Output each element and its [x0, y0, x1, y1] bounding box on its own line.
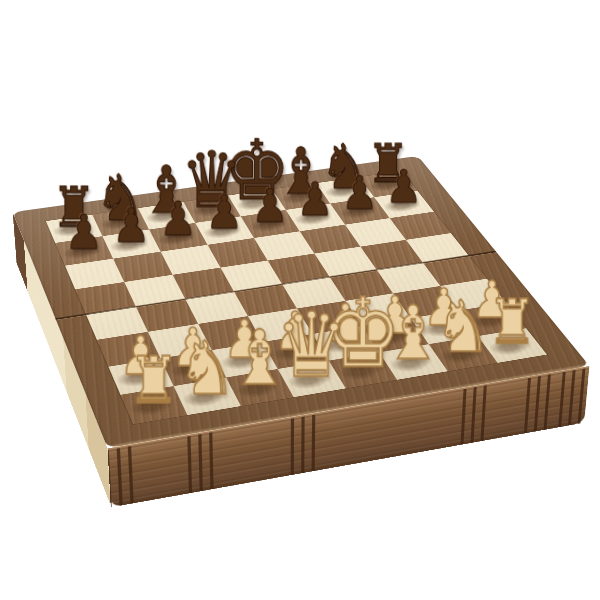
chess-board: ♜♞♝♛♚♝♞♜♟♟♟♟♟♟♟♟♟♟♟♟♟♟♟♟♜♞♝♛♚♝♞♜	[13, 156, 590, 448]
groove-band	[187, 432, 213, 493]
groove-band	[106, 446, 134, 508]
piece-black-pawn-a7[interactable]: ♟	[40, 209, 127, 257]
photo-canvas: ♜♞♝♛♚♝♞♜♟♟♟♟♟♟♟♟♟♟♟♟♟♟♟♟♜♞♝♛♚♝♞♜	[0, 0, 600, 600]
groove-band	[524, 374, 551, 433]
piece-white-rook-a1[interactable]: ♜	[104, 348, 203, 412]
chess-scene: ♜♞♝♛♚♝♞♜♟♟♟♟♟♟♟♟♟♟♟♟♟♟♟♟♜♞♝♛♚♝♞♜	[0, 0, 600, 600]
groove-band	[291, 415, 316, 476]
groove-band	[460, 385, 486, 445]
